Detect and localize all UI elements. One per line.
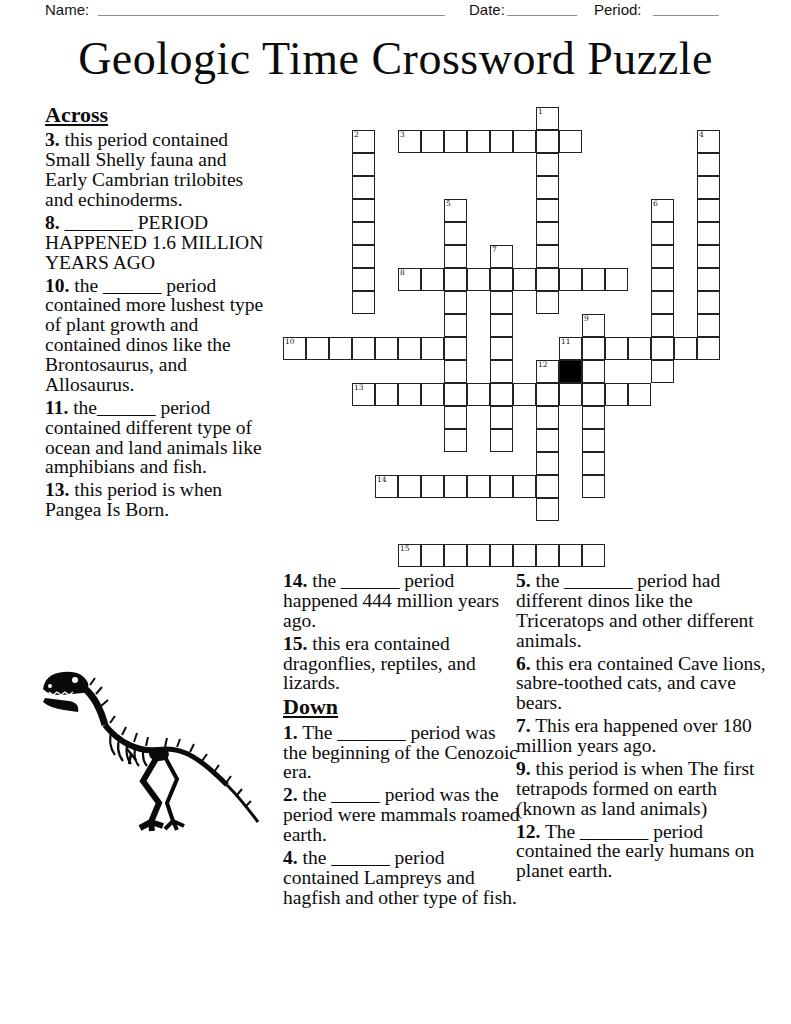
clue-7: 7. This era happened over 180 million ye… [516, 716, 778, 756]
grid-cell[interactable]: 1 [536, 107, 559, 130]
clue-text: the _______ period had different dinos l… [516, 570, 754, 651]
clue-num-label: 8. [45, 212, 60, 233]
grid-cell[interactable] [306, 337, 329, 360]
grid-cell[interactable] [444, 429, 467, 452]
crossword-grid: 123456789101112131415 [283, 107, 720, 567]
grid-cell[interactable] [536, 429, 559, 452]
grid-cell[interactable] [582, 406, 605, 429]
grid-cell[interactable] [421, 130, 444, 153]
grid-cell[interactable] [421, 544, 444, 567]
clue-num-label: 14. [283, 570, 307, 591]
grid-cell[interactable] [605, 337, 628, 360]
grid-cell[interactable]: 2 [352, 130, 375, 153]
clue-text: This era happened over 180 million years… [516, 715, 752, 756]
clue-text: the ______ period happened 444 million y… [283, 570, 499, 631]
grid-cell[interactable] [605, 268, 628, 291]
grid-cell[interactable]: 14 [375, 475, 398, 498]
clue-text: this period is when Pangea Is Born. [45, 479, 222, 520]
clue-12: 12. The _______ period contained the ear… [516, 822, 778, 882]
grid-cell[interactable] [490, 475, 513, 498]
clue-number: 15 [400, 545, 410, 553]
date-blank-line [507, 2, 577, 16]
grid-cell[interactable] [444, 383, 467, 406]
grid-cell[interactable] [352, 291, 375, 314]
down-clues-b: 5. the _______ period had different dino… [516, 571, 778, 881]
grid-cell[interactable] [444, 291, 467, 314]
grid-cell[interactable] [651, 268, 674, 291]
grid-cell[interactable]: 15 [398, 544, 421, 567]
grid-cell[interactable] [421, 268, 444, 291]
clue-num-label: 7. [516, 715, 531, 736]
clue-4: 4. the ______ period contained Lampreys … [283, 848, 521, 908]
grid-cell[interactable] [490, 314, 513, 337]
grid-cell[interactable] [421, 475, 444, 498]
clue-num-label: 1. [283, 722, 298, 743]
grid-cell[interactable] [605, 383, 628, 406]
clue-1: 1. The _______ period was the beginning … [283, 723, 521, 783]
page-title: Geologic Time Crossword Puzzle [0, 32, 791, 85]
grid-cell[interactable] [467, 268, 490, 291]
grid-cell[interactable] [467, 544, 490, 567]
grid-cell[interactable] [352, 245, 375, 268]
grid-cell[interactable] [444, 314, 467, 337]
across-clues-main: 3. this period contained Small Shelly fa… [45, 130, 273, 520]
grid-cell[interactable] [697, 245, 720, 268]
name-blank-line [98, 2, 445, 16]
clue-text: the ______ period contained more lushest… [45, 275, 263, 395]
grid-cell[interactable]: 9 [582, 314, 605, 337]
grid-cell[interactable] [582, 429, 605, 452]
grid-cell[interactable] [398, 475, 421, 498]
clue-text: this period is when The first tetrapods … [516, 758, 755, 819]
grid-cell[interactable] [536, 544, 559, 567]
grid-cell[interactable] [444, 406, 467, 429]
clue-num-label: 5. [516, 570, 531, 591]
grid-cell[interactable] [490, 268, 513, 291]
grid-cell[interactable] [697, 222, 720, 245]
clue-text: the _____ period was the period were mam… [283, 784, 520, 845]
grid-cell[interactable] [444, 360, 467, 383]
grid-cell[interactable] [513, 383, 536, 406]
bottom-clues-column-a: 14. the ______ period happened 444 milli… [283, 571, 521, 911]
clue-9: 9. this period is when The first tetrapo… [516, 759, 778, 819]
grid-cell[interactable] [582, 475, 605, 498]
clue-text: this period contained Small Shelly fauna… [45, 129, 243, 210]
grid-cell[interactable] [467, 130, 490, 153]
clue-num-label: 3. [45, 129, 60, 150]
grid-cell[interactable] [536, 475, 559, 498]
grid-cell[interactable] [559, 130, 582, 153]
grid-cell[interactable] [582, 383, 605, 406]
clue-number: 5 [446, 200, 451, 208]
across-heading: Across [45, 104, 273, 126]
grid-cell[interactable] [582, 360, 605, 383]
grid-cell[interactable] [467, 383, 490, 406]
clue-number: 10 [285, 338, 295, 346]
clue-text: the ______ period contained Lampreys and… [283, 847, 517, 908]
grid-cell[interactable] [697, 337, 720, 360]
clue-num-label: 9. [516, 758, 531, 779]
grid-cell[interactable] [559, 544, 582, 567]
grid-cell[interactable] [536, 176, 559, 199]
grid-cell[interactable] [651, 222, 674, 245]
grid-cell[interactable] [490, 291, 513, 314]
grid-cell[interactable] [490, 429, 513, 452]
grid-cell[interactable] [490, 337, 513, 360]
grid-cell[interactable] [490, 130, 513, 153]
trex-skeleton-image [35, 662, 265, 844]
grid-cell[interactable] [513, 475, 536, 498]
grid-cell[interactable]: 5 [444, 199, 467, 222]
clue-6: 6. this era contained Cave lions, sabre-… [516, 654, 778, 714]
grid-cell[interactable] [444, 544, 467, 567]
clue-num-label: 6. [516, 653, 531, 674]
clue-number: 11 [561, 338, 571, 346]
grid-cell[interactable] [697, 176, 720, 199]
grid-cell[interactable] [674, 337, 697, 360]
across-clues-cont: 14. the ______ period happened 444 milli… [283, 571, 521, 693]
clue-num-label: 2. [283, 784, 298, 805]
clue-num-label: 4. [283, 847, 298, 868]
grid-cell[interactable] [352, 176, 375, 199]
clue-11: 11. the______ period contained different… [45, 398, 273, 478]
clue-10: 10. the ______ period contained more lus… [45, 276, 273, 395]
clue-text: this era contained Cave lions, sabre-too… [516, 653, 766, 714]
grid-cell[interactable] [582, 452, 605, 475]
clue-number: 4 [699, 131, 704, 139]
clue-number: 6 [653, 200, 658, 208]
grid-cell[interactable]: 10 [283, 337, 306, 360]
clue-13: 13. this period is when Pangea Is Born. [45, 480, 273, 520]
grid-cell[interactable] [697, 199, 720, 222]
clue-text: The _______ period was the beginning of … [283, 722, 518, 783]
clue-number: 12 [538, 361, 548, 369]
grid-cell[interactable] [536, 383, 559, 406]
grid-cell[interactable] [490, 406, 513, 429]
grid-cell[interactable] [536, 153, 559, 176]
grid-cell[interactable] [536, 406, 559, 429]
clue-text: _______ PERIOD HAPPENED 1.6 MILLION YEAR… [45, 212, 263, 273]
clue-number: 7 [492, 246, 497, 254]
worksheet-page: Name: Date: Period: Geologic Time Crossw… [0, 0, 791, 1024]
grid-cell[interactable] [582, 337, 605, 360]
clue-num-label: 12. [516, 821, 540, 842]
grid-cell[interactable] [651, 245, 674, 268]
grid-cell[interactable] [628, 383, 651, 406]
grid-cell[interactable] [352, 153, 375, 176]
grid-cell[interactable] [559, 268, 582, 291]
grid-cell[interactable] [444, 130, 467, 153]
grid-cell-black [559, 360, 582, 383]
period-label: Period: [594, 1, 642, 18]
grid-cell[interactable]: 3 [398, 130, 421, 153]
grid-cell[interactable] [490, 544, 513, 567]
clue-num-label: 15. [283, 633, 307, 654]
grid-cell[interactable]: 11 [559, 337, 582, 360]
grid-cell[interactable] [697, 291, 720, 314]
grid-cell[interactable] [697, 268, 720, 291]
grid-cell[interactable] [651, 360, 674, 383]
clue-num-label: 13. [45, 479, 69, 500]
clue-number: 1 [538, 108, 543, 116]
grid-cell[interactable]: 8 [398, 268, 421, 291]
bottom-clues-column-b: 5. the _______ period had different dino… [516, 571, 778, 884]
grid-cell[interactable] [421, 383, 444, 406]
clue-number: 3 [400, 131, 405, 139]
grid-cell[interactable] [651, 314, 674, 337]
grid-cell[interactable]: 4 [697, 130, 720, 153]
grid-cell[interactable] [651, 291, 674, 314]
grid-cell[interactable] [490, 360, 513, 383]
grid-cell[interactable] [375, 383, 398, 406]
grid-cell[interactable] [352, 199, 375, 222]
grid-cell[interactable] [444, 337, 467, 360]
clue-text: the______ period contained different typ… [45, 397, 262, 478]
clue-14: 14. the ______ period happened 444 milli… [283, 571, 521, 631]
period-blank-line [653, 2, 719, 16]
grid-cell[interactable] [513, 130, 536, 153]
clue-num-label: 11. [45, 397, 68, 418]
grid-cell[interactable] [352, 337, 375, 360]
clue-15: 15. this era contained dragonflies, rept… [283, 634, 521, 694]
grid-cell[interactable] [375, 337, 398, 360]
grid-cell[interactable] [651, 337, 674, 360]
clue-number: 2 [354, 131, 359, 139]
grid-cell[interactable]: 13 [352, 383, 375, 406]
grid-cell[interactable] [536, 498, 559, 521]
grid-cell[interactable] [352, 222, 375, 245]
grid-cell[interactable] [329, 337, 352, 360]
grid-cell[interactable] [352, 268, 375, 291]
name-label: Name: [45, 1, 89, 18]
grid-cell[interactable] [444, 245, 467, 268]
clue-text: this era contained dragonflies, reptiles… [283, 633, 476, 694]
clue-8: 8. _______ PERIOD HAPPENED 1.6 MILLION Y… [45, 213, 273, 273]
grid-cell[interactable] [513, 268, 536, 291]
grid-cell[interactable] [559, 383, 582, 406]
grid-cell[interactable] [536, 199, 559, 222]
grid-cell[interactable] [697, 314, 720, 337]
grid-cell[interactable] [490, 383, 513, 406]
grid-cell[interactable]: 7 [490, 245, 513, 268]
grid-cell[interactable] [467, 475, 490, 498]
clue-5: 5. the _______ period had different dino… [516, 571, 778, 651]
clue-number: 13 [354, 384, 364, 392]
grid-cell[interactable] [697, 153, 720, 176]
grid-cell[interactable] [536, 130, 559, 153]
grid-cell[interactable] [582, 268, 605, 291]
grid-cell[interactable] [444, 475, 467, 498]
grid-cell[interactable] [536, 291, 559, 314]
date-label: Date: [469, 1, 505, 18]
clue-num-label: 10. [45, 275, 69, 296]
grid-cell[interactable] [444, 268, 467, 291]
clue-3: 3. this period contained Small Shelly fa… [45, 130, 273, 210]
grid-cell[interactable] [536, 245, 559, 268]
grid-cell[interactable] [421, 337, 444, 360]
grid-cell[interactable] [398, 383, 421, 406]
clue-2: 2. the _____ period was the period were … [283, 785, 521, 845]
grid-cell[interactable] [398, 337, 421, 360]
clue-text: The _______ period contained the early h… [516, 821, 754, 882]
clue-number: 14 [377, 476, 387, 484]
grid-cell[interactable] [536, 222, 559, 245]
down-clues-a: 1. The _______ period was the beginning … [283, 723, 521, 908]
across-clues-column: Across 3. this period contained Small Sh… [45, 104, 273, 523]
grid-cell[interactable] [582, 544, 605, 567]
grid-cell[interactable]: 12 [536, 360, 559, 383]
clue-number: 9 [584, 315, 589, 323]
grid-cell[interactable]: 6 [651, 199, 674, 222]
grid-cell[interactable] [536, 268, 559, 291]
grid-cell[interactable] [628, 337, 651, 360]
grid-cell[interactable] [536, 452, 559, 475]
grid-cell[interactable] [513, 544, 536, 567]
clue-number: 8 [400, 269, 405, 277]
down-heading: Down [283, 696, 521, 718]
grid-cell[interactable] [444, 222, 467, 245]
